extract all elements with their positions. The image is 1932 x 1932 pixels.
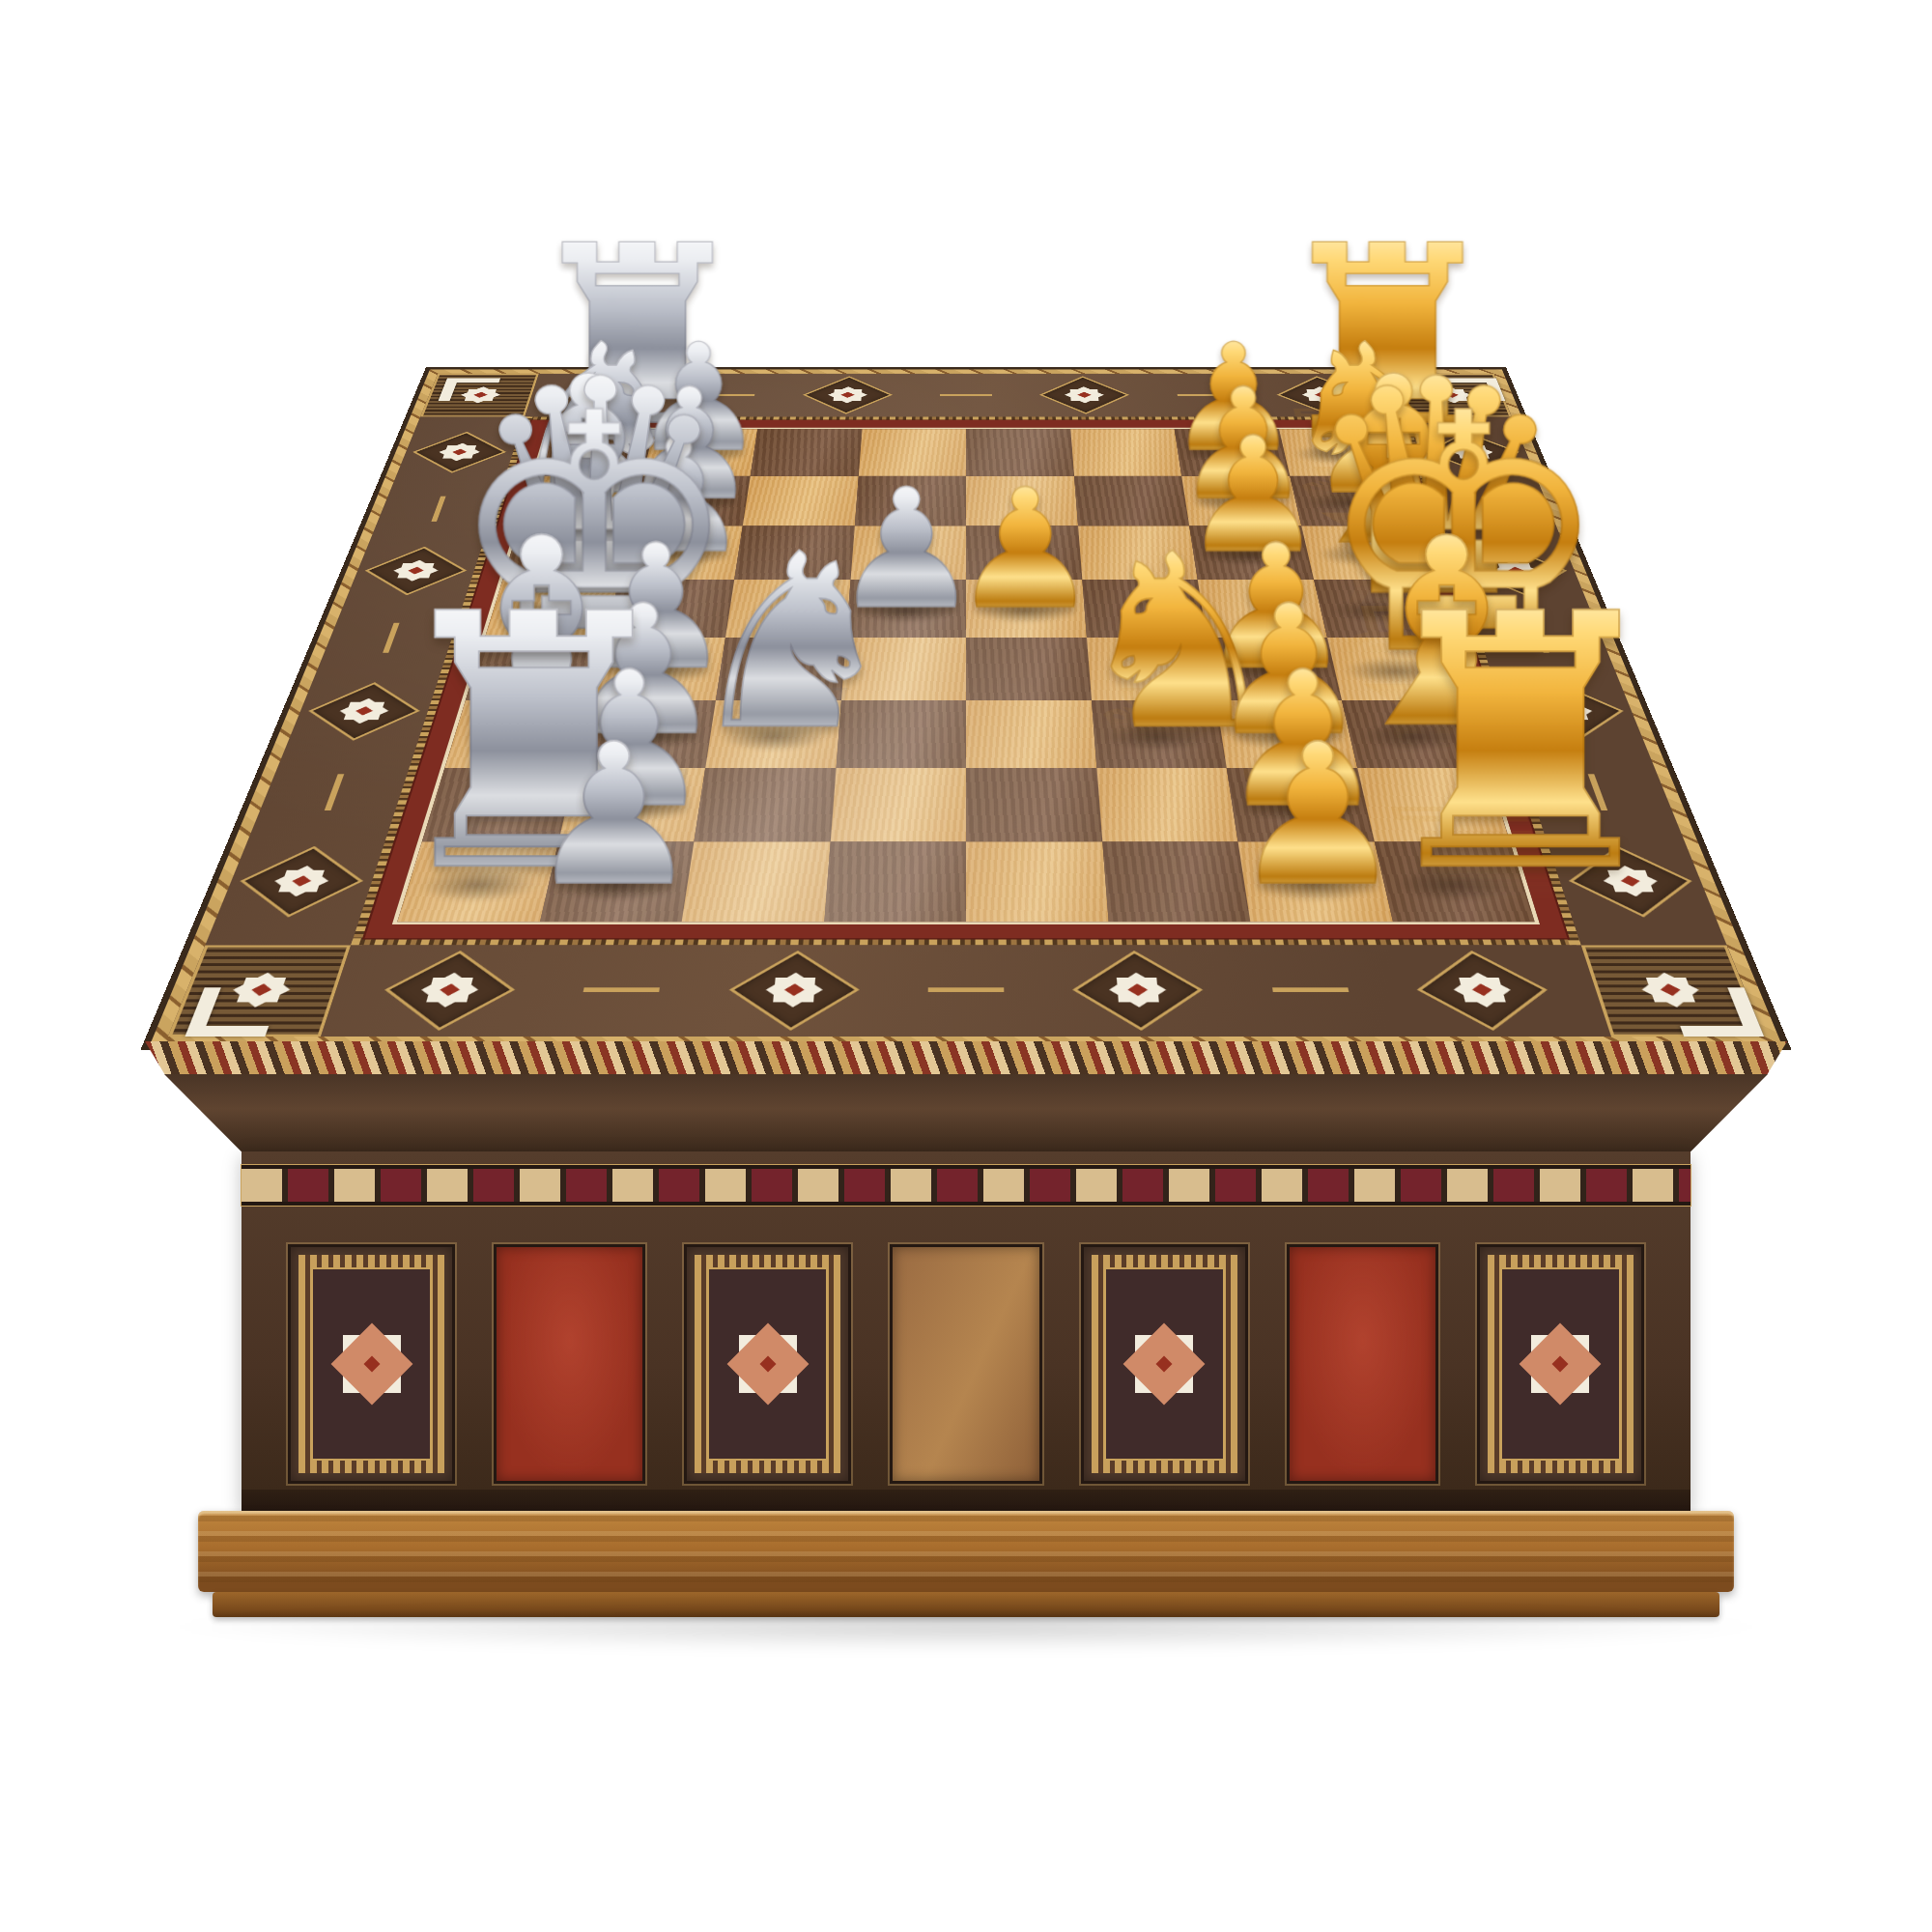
diamond-star-motif	[1007, 382, 1165, 409]
eight-point-star-inlay	[1123, 1323, 1205, 1405]
red-rectangle-motif	[925, 394, 1007, 396]
eight-point-star-inlay	[828, 387, 867, 403]
box-star-medallion-panel	[684, 1244, 851, 1484]
piece-black-rook-h8[interactable]: ♜	[1363, 582, 1555, 905]
red-rectangle-motif	[562, 987, 681, 992]
box-star-medallion-panel	[288, 1244, 455, 1484]
red-rectangle-motif	[1251, 987, 1370, 992]
diamond-star-motif	[767, 382, 925, 409]
eight-point-star-inlay	[331, 1323, 412, 1405]
product-photo-chess-set: ♜♜♟♟♟♟♜♜♞♞♟♟♟♟♞♞♝♝♟♟♟♟♝♝♛♛♟♟♟♟♛♛♚♚♟♟♟♟♚♚…	[0, 0, 1932, 1932]
box-star-medallion-panel	[1477, 1244, 1644, 1484]
eight-point-star-inlay	[765, 973, 822, 1007]
board-edge-stripe-inlay	[145, 1041, 1787, 1074]
red-rectangle-motif	[321, 763, 349, 821]
floor-shadow	[155, 1602, 1777, 1652]
box-star-medallion-panel	[1081, 1244, 1248, 1484]
box-bottom-edge	[241, 1490, 1690, 1511]
box-red-panel	[494, 1244, 645, 1484]
eight-point-star-inlay	[1520, 1323, 1601, 1405]
eight-point-star-inlay	[1110, 973, 1167, 1007]
board-side-face	[164, 1074, 1768, 1151]
wooden-plinth-base	[198, 1511, 1734, 1592]
box-plain-walnut-panel	[890, 1244, 1041, 1484]
red-rectangle-motif	[907, 987, 1025, 992]
box-panel-row	[241, 1244, 1690, 1484]
storage-box-front	[241, 1151, 1690, 1511]
eight-point-star-inlay	[1065, 387, 1104, 403]
eight-point-star-inlay	[270, 867, 332, 896]
box-rim-mosaic-band	[241, 1165, 1690, 1206]
chess-board: ♜♜♟♟♟♟♜♜♞♞♟♟♟♟♞♞♝♝♟♟♟♟♝♝♛♛♟♟♟♟♛♛♚♚♟♟♟♟♚♚…	[150, 370, 1782, 1046]
eight-point-star-inlay	[727, 1323, 809, 1405]
diamond-star-motif	[233, 821, 365, 945]
piece-white-pawn-h2[interactable]: ♟	[518, 726, 710, 905]
eight-point-star-inlay	[1451, 973, 1515, 1007]
eight-point-star-inlay	[417, 973, 481, 1007]
box-red-panel	[1287, 1244, 1438, 1484]
